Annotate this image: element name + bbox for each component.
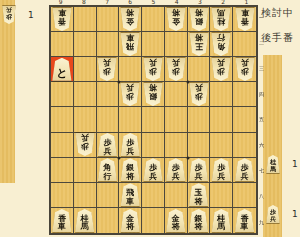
square-4七[interactable]: 歩兵 bbox=[165, 158, 188, 183]
square-2五[interactable] bbox=[210, 107, 233, 132]
square-7八[interactable] bbox=[97, 183, 120, 208]
square-1二[interactable] bbox=[233, 32, 256, 57]
square-5一[interactable] bbox=[142, 7, 165, 32]
sente-hand-slot: 桂馬1 bbox=[266, 155, 298, 173]
piece-1三-歩兵-gote[interactable]: 歩兵 bbox=[235, 58, 255, 81]
square-8八[interactable] bbox=[74, 183, 97, 208]
piece-7六-歩兵-sente[interactable]: 歩兵 bbox=[97, 133, 117, 156]
square-2八[interactable] bbox=[210, 183, 233, 208]
square-8四[interactable] bbox=[74, 82, 97, 107]
gote-hand-count: 1 bbox=[28, 10, 34, 20]
piece-4九-金将-sente[interactable]: 金将 bbox=[166, 209, 186, 232]
rank-label-七: 七 bbox=[259, 160, 265, 182]
square-2四[interactable] bbox=[210, 82, 233, 107]
rank-label-九: 九 bbox=[259, 211, 265, 233]
square-9四[interactable] bbox=[51, 82, 74, 107]
sente-hand-slot: 歩兵1 bbox=[266, 205, 298, 223]
piece-2二-角行-gote[interactable]: 角行 bbox=[211, 33, 231, 56]
piece-3八-玉将-sente[interactable]: 玉将 bbox=[189, 183, 209, 206]
square-7七[interactable]: 角行 bbox=[97, 158, 120, 183]
square-6九[interactable]: 金将 bbox=[119, 208, 142, 233]
square-7二[interactable] bbox=[97, 32, 120, 57]
piece-3一-銀将-gote[interactable]: 銀将 bbox=[189, 8, 209, 31]
piece-1九-香車-sente[interactable]: 香車 bbox=[235, 209, 255, 232]
shogi-app-window: 987654321 一二三四五六七八九 香車金将金将銀将桂馬香車飛車王将角行と歩… bbox=[0, 0, 300, 237]
sente-hand-count: 1 bbox=[292, 159, 298, 169]
rank-label-四: 四 bbox=[259, 84, 265, 106]
square-1九[interactable]: 香車 bbox=[233, 208, 256, 233]
square-2三[interactable]: 歩兵 bbox=[210, 57, 233, 82]
square-5六[interactable] bbox=[142, 133, 165, 158]
board-grid: 香車金将金将銀将桂馬香車飛車王将角行と歩兵歩兵歩兵歩兵歩兵歩兵銀将歩兵歩兵歩兵歩… bbox=[51, 7, 256, 233]
square-4一[interactable]: 金将 bbox=[165, 7, 188, 32]
rank-label-三: 三 bbox=[259, 58, 265, 80]
square-8七[interactable] bbox=[74, 158, 97, 183]
turn-indicator-label: 後手番 bbox=[261, 31, 294, 45]
piece-6九-金将-sente[interactable]: 金将 bbox=[120, 209, 140, 232]
square-3一[interactable]: 銀将 bbox=[188, 7, 211, 32]
piece-4一-金将-gote[interactable]: 金将 bbox=[166, 8, 186, 31]
square-4六[interactable] bbox=[165, 133, 188, 158]
piece-6八-飛車-sente[interactable]: 飛車 bbox=[120, 183, 140, 206]
square-2七[interactable]: 歩兵 bbox=[210, 158, 233, 183]
piece-6一-金将-gote[interactable]: 金将 bbox=[120, 8, 140, 31]
piece-6四-歩兵-gote[interactable]: 歩兵 bbox=[120, 83, 140, 106]
square-8六[interactable]: 歩兵 bbox=[74, 133, 97, 158]
square-7五[interactable] bbox=[97, 107, 120, 132]
square-3六[interactable] bbox=[188, 133, 211, 158]
square-3八[interactable]: 玉将 bbox=[188, 183, 211, 208]
square-6八[interactable]: 飛車 bbox=[119, 183, 142, 208]
rank-label-六: 六 bbox=[259, 135, 265, 157]
square-2二[interactable]: 角行 bbox=[210, 32, 233, 57]
piece-4三-歩兵-gote[interactable]: 歩兵 bbox=[166, 58, 186, 81]
piece-6六-歩兵-sente[interactable]: 歩兵 bbox=[120, 133, 140, 156]
piece-5四-銀将-gote[interactable]: 銀将 bbox=[143, 83, 163, 106]
square-4九[interactable]: 金将 bbox=[165, 208, 188, 233]
piece-9一-香車-gote[interactable]: 香車 bbox=[52, 8, 72, 31]
rank-label-八: 八 bbox=[259, 186, 265, 208]
square-5四[interactable]: 銀将 bbox=[142, 82, 165, 107]
square-5七[interactable]: 歩兵 bbox=[142, 158, 165, 183]
square-7三[interactable]: 歩兵 bbox=[97, 57, 120, 82]
gote-komadai bbox=[0, 0, 15, 183]
square-9五[interactable] bbox=[51, 107, 74, 132]
status-analyzing-label: 検討中 bbox=[261, 6, 294, 20]
square-3七[interactable]: 歩兵 bbox=[188, 158, 211, 183]
square-2六[interactable] bbox=[210, 133, 233, 158]
square-9九[interactable]: 香車 bbox=[51, 208, 74, 233]
square-8一[interactable] bbox=[74, 7, 97, 32]
piece-8九-桂馬-sente[interactable]: 桂馬 bbox=[75, 209, 95, 232]
square-9八[interactable] bbox=[51, 183, 74, 208]
piece-4七-歩兵-sente[interactable]: 歩兵 bbox=[166, 158, 186, 181]
square-6二[interactable]: 飛車 bbox=[119, 32, 142, 57]
piece-6二-飛車-gote[interactable]: 飛車 bbox=[120, 33, 140, 56]
piece-7三-歩兵-gote[interactable]: 歩兵 bbox=[97, 58, 117, 81]
piece-8六-歩兵-gote[interactable]: 歩兵 bbox=[75, 133, 95, 156]
piece-5三-歩兵-gote[interactable]: 歩兵 bbox=[143, 58, 163, 81]
shogi-board: 香車金将金将銀将桂馬香車飛車王将角行と歩兵歩兵歩兵歩兵歩兵歩兵銀将歩兵歩兵歩兵歩… bbox=[49, 5, 258, 235]
square-1一[interactable]: 香車 bbox=[233, 7, 256, 32]
piece-3九-銀将-sente[interactable]: 銀将 bbox=[189, 209, 209, 232]
piece-2九-桂馬-sente[interactable]: 桂馬 bbox=[211, 209, 231, 232]
piece-2三-歩兵-gote[interactable]: 歩兵 bbox=[211, 58, 231, 81]
piece-hand-歩兵-gote[interactable]: 歩兵 bbox=[2, 6, 16, 24]
piece-3四-歩兵-gote[interactable]: 歩兵 bbox=[189, 83, 209, 106]
square-1四[interactable] bbox=[233, 82, 256, 107]
piece-6七-銀将-sente[interactable]: 銀将 bbox=[120, 158, 140, 181]
square-9七[interactable] bbox=[51, 158, 74, 183]
square-4二[interactable] bbox=[165, 32, 188, 57]
square-6五[interactable] bbox=[119, 107, 142, 132]
square-4四[interactable] bbox=[165, 82, 188, 107]
piece-2七-歩兵-sente[interactable]: 歩兵 bbox=[211, 158, 231, 181]
square-6六[interactable]: 歩兵 bbox=[119, 133, 142, 158]
square-5五[interactable] bbox=[142, 107, 165, 132]
square-4三[interactable]: 歩兵 bbox=[165, 57, 188, 82]
square-2一[interactable]: 桂馬 bbox=[210, 7, 233, 32]
rank-label-五: 五 bbox=[259, 109, 265, 131]
square-1五[interactable] bbox=[233, 107, 256, 132]
square-7六[interactable]: 歩兵 bbox=[97, 133, 120, 158]
square-1六[interactable] bbox=[233, 133, 256, 158]
square-3九[interactable]: 銀将 bbox=[188, 208, 211, 233]
square-3五[interactable] bbox=[188, 107, 211, 132]
piece-hand-桂馬-sente[interactable]: 桂馬 bbox=[266, 155, 280, 173]
piece-2一-桂馬-gote[interactable]: 桂馬 bbox=[211, 8, 231, 31]
square-4八[interactable] bbox=[165, 183, 188, 208]
square-1八[interactable] bbox=[233, 183, 256, 208]
square-9三[interactable]: と bbox=[51, 57, 74, 82]
square-7一[interactable] bbox=[97, 7, 120, 32]
piece-3二-王将-gote[interactable]: 王将 bbox=[189, 33, 209, 56]
square-3二[interactable]: 王将 bbox=[188, 32, 211, 57]
piece-1一-香車-gote[interactable]: 香車 bbox=[235, 8, 255, 31]
piece-hand-歩兵-sente[interactable]: 歩兵 bbox=[266, 205, 280, 223]
piece-1七-歩兵-sente[interactable]: 歩兵 bbox=[235, 158, 255, 181]
square-5二[interactable] bbox=[142, 32, 165, 57]
square-8三[interactable] bbox=[74, 57, 97, 82]
square-8五[interactable] bbox=[74, 107, 97, 132]
square-8九[interactable]: 桂馬 bbox=[74, 208, 97, 233]
square-3三[interactable] bbox=[188, 57, 211, 82]
square-9一[interactable]: 香車 bbox=[51, 7, 74, 32]
gote-hand-slot: 歩兵1 bbox=[2, 6, 34, 24]
square-8二[interactable] bbox=[74, 32, 97, 57]
piece-5七-歩兵-sente[interactable]: 歩兵 bbox=[143, 158, 163, 181]
square-9二[interactable] bbox=[51, 32, 74, 57]
piece-9三-と金-sente[interactable]: と bbox=[52, 58, 72, 81]
square-1三[interactable]: 歩兵 bbox=[233, 57, 256, 82]
square-6一[interactable]: 金将 bbox=[119, 7, 142, 32]
piece-7七-角行-sente[interactable]: 角行 bbox=[97, 158, 117, 181]
square-5九[interactable] bbox=[142, 208, 165, 233]
square-9六[interactable] bbox=[51, 133, 74, 158]
square-7九[interactable] bbox=[97, 208, 120, 233]
square-6七[interactable]: 銀将 bbox=[119, 158, 142, 183]
square-5三[interactable]: 歩兵 bbox=[142, 57, 165, 82]
square-6四[interactable]: 歩兵 bbox=[119, 82, 142, 107]
square-7四[interactable] bbox=[97, 82, 120, 107]
piece-9九-香車-sente[interactable]: 香車 bbox=[52, 209, 72, 232]
square-3四[interactable]: 歩兵 bbox=[188, 82, 211, 107]
square-6三[interactable] bbox=[119, 57, 142, 82]
sente-hand-count: 1 bbox=[292, 209, 298, 219]
square-2九[interactable]: 桂馬 bbox=[210, 208, 233, 233]
square-5八[interactable] bbox=[142, 183, 165, 208]
piece-3七-歩兵-sente[interactable]: 歩兵 bbox=[189, 158, 209, 181]
square-4五[interactable] bbox=[165, 107, 188, 132]
square-1七[interactable]: 歩兵 bbox=[233, 158, 256, 183]
